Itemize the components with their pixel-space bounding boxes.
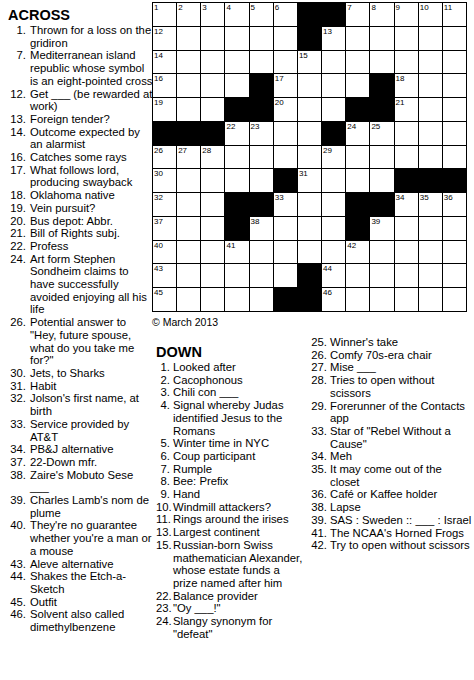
grid-cell[interactable] [346,27,369,50]
clue-text: Outcome expected by an alarmist [30,126,155,151]
grid-cell[interactable] [322,98,345,121]
clue: 43.Aleve alternative [8,558,155,571]
grid-cell[interactable]: 27 [177,146,200,169]
grid-cell[interactable]: 19 [153,98,176,121]
grid-cell[interactable] [201,98,224,121]
clue-text: Zaire's Mobuto Sese ___ [30,469,155,494]
grid-cell[interactable] [274,217,297,240]
clue: 23."Oy ___!" [156,602,306,615]
grid-cell[interactable] [177,193,200,216]
grid-cell[interactable] [395,264,418,287]
grid-cell[interactable] [395,27,418,50]
grid-cell[interactable] [250,27,273,50]
clue: 40.They're no guarantee whether you're a… [8,519,155,557]
clue-text: Art form Stephen Sondheim claims to have… [30,253,155,317]
clue-number: 5. [156,437,173,450]
grid-cell[interactable] [274,27,297,50]
clue: 7.Rumple [156,463,306,476]
grid-cell[interactable] [395,241,418,264]
clue-text: Solvent also called dimethylbenzene [30,608,155,633]
clue-text: Star of "Rebel Without a Cause" [330,425,474,450]
grid-cell-black [395,169,418,192]
grid-cell[interactable]: 32 [153,193,176,216]
grid-cell[interactable] [274,241,297,264]
grid-cell[interactable]: 3 [201,3,224,26]
clue-text: Lapse [330,501,474,514]
grid-cell[interactable] [177,74,200,97]
grid-cell[interactable]: 40 [153,241,176,264]
cell-number: 2 [178,3,182,12]
grid-cell[interactable] [346,264,369,287]
cell-number: 35 [420,193,429,202]
clue: 38.Zaire's Mobuto Sese ___ [8,469,155,494]
clue-number: 46. [8,608,30,633]
copyright-text: © March 2013 [152,316,218,328]
clue-text: 22-Down mfr. [30,456,155,469]
clue-text: Balance provider [173,590,306,603]
grid-cell[interactable] [370,146,393,169]
grid-cell[interactable] [177,217,200,240]
cell-number: 30 [154,169,163,178]
clue: 24.Slangy synonym for "defeat" [156,615,306,640]
clue-number: 29. [307,400,330,425]
grid-cell[interactable] [201,51,224,74]
grid-cell[interactable] [298,122,321,145]
grid-cell[interactable] [201,264,224,287]
clue: 35.It may come out of the closet [307,463,474,488]
grid-cell[interactable] [250,51,273,74]
grid-cell[interactable] [298,98,321,121]
grid-cell[interactable] [298,146,321,169]
clue-text: Thrown for a loss on the gridiron [30,24,155,49]
grid-cell[interactable] [250,264,273,287]
grid-cell[interactable] [419,217,442,240]
cell-number: 31 [299,169,308,178]
across-clue-list: 1.Thrown for a loss on the gridiron7.Med… [8,24,155,634]
cell-number: 46 [323,288,332,297]
down-clues-column-1: DOWN 1.Looked after2.Cacophonous3.Chili … [156,344,306,640]
cell-number: 45 [154,288,163,297]
clue-text: Winner's take [330,336,474,349]
grid-cell[interactable] [443,51,466,74]
clue: 9.Hand [156,488,306,501]
grid-cell[interactable] [177,51,200,74]
grid-cell[interactable]: 30 [153,169,176,192]
clue-text: Outfit [30,596,155,609]
grid-cell[interactable] [177,264,200,287]
grid-cell[interactable]: 8 [370,3,393,26]
clue: 25.Winner's take [307,336,474,349]
grid-cell[interactable] [370,288,393,311]
grid-cell[interactable]: 24 [346,122,369,145]
cell-number: 21 [396,98,405,107]
grid-cell[interactable]: 7 [346,3,369,26]
clue-text: SAS : Sweden :: ___ : Israel [330,514,474,527]
clue-number: 1. [8,24,30,49]
grid-cell[interactable] [274,51,297,74]
grid-cell-black [274,169,297,192]
clue: 31.Habit [8,380,155,393]
clue-number: 39. [307,514,330,527]
clue: 36.Café or Kaffee holder [307,488,474,501]
grid-cell[interactable] [346,169,369,192]
clue-number: 33. [307,425,330,450]
grid-cell[interactable]: 38 [250,217,273,240]
grid-cell[interactable]: 21 [395,98,418,121]
grid-cell[interactable] [250,146,273,169]
grid-cell[interactable]: 6 [274,3,297,26]
cell-number: 4 [226,3,230,12]
grid-cell[interactable] [395,288,418,311]
grid-cell[interactable]: 14 [153,51,176,74]
grid-cell[interactable] [225,51,248,74]
cell-number: 43 [154,264,163,273]
clue-text: Aleve alternative [30,558,155,571]
grid-cell[interactable]: 44 [322,264,345,287]
grid-cell[interactable]: 34 [395,193,418,216]
grid-cell[interactable] [443,146,466,169]
grid-cell[interactable]: 15 [298,51,321,74]
grid-cell-black [153,122,176,145]
grid-cell[interactable] [419,146,442,169]
grid-cell[interactable]: 35 [419,193,442,216]
grid-cell[interactable]: 39 [370,217,393,240]
grid-cell-black [370,74,393,97]
cell-number: 41 [226,241,235,250]
clue: 26.Comfy 70s-era chair [307,349,474,362]
grid-cell[interactable] [443,122,466,145]
clue-number: 34. [307,450,330,463]
grid-cell[interactable] [443,74,466,97]
grid-cell[interactable] [395,122,418,145]
cell-number: 39 [371,217,380,226]
clue-text: Jolson's first name, at birth [30,392,155,417]
clue-number: 8. [156,475,173,488]
clue: 12.Get ___ (be rewarded at work) [8,88,155,113]
grid-cell[interactable] [225,169,248,192]
clue: 24.Art form Stephen Sondheim claims to h… [8,253,155,317]
grid-cell[interactable] [177,98,200,121]
grid-cell[interactable]: 13 [322,27,345,50]
clue: 39.SAS : Sweden :: ___ : Israel [307,514,474,527]
clue: 10.Windmill attackers? [156,501,306,514]
clue: 6.Coup participant [156,450,306,463]
cell-number: 42 [347,241,356,250]
down-header: DOWN [156,344,306,360]
grid-cell[interactable]: 20 [274,98,297,121]
clue-number: 45. [8,596,30,609]
grid-cell[interactable] [201,193,224,216]
grid-cell[interactable] [274,264,297,287]
grid-cell[interactable]: 23 [250,122,273,145]
cell-number: 6 [275,3,279,12]
clue: 30.Jets, to Sharks [8,367,155,380]
grid-cell[interactable]: 4 [225,3,248,26]
clue-number: 37. [8,456,30,469]
grid-cell[interactable] [225,264,248,287]
grid-cell[interactable]: 9 [395,3,418,26]
grid-cell[interactable] [201,288,224,311]
grid-cell[interactable] [370,27,393,50]
grid-cell[interactable] [419,74,442,97]
clue-text: Rings around the irises [173,513,306,526]
cell-number: 26 [154,146,163,155]
grid-cell[interactable] [370,264,393,287]
clue-number: 43. [8,558,30,571]
clue-text: Service provided by AT&T [30,418,155,443]
grid-cell[interactable] [395,146,418,169]
clue-number: 23. [156,602,173,615]
grid-cell[interactable] [225,74,248,97]
grid-cell[interactable]: 16 [153,74,176,97]
grid-cell[interactable] [322,217,345,240]
grid-cell[interactable] [201,217,224,240]
clue-text: Looked after [173,361,306,374]
grid-cell[interactable] [370,169,393,192]
clue-text: Russian-born Swiss mathematician Alexand… [173,539,306,590]
clue: 32.Jolson's first name, at birth [8,392,155,417]
clue-number: 24. [8,253,30,317]
grid-cell[interactable]: 26 [153,146,176,169]
clue: 1.Looked after [156,361,306,374]
grid-cell[interactable]: 17 [274,74,297,97]
grid-cell[interactable] [250,241,273,264]
clue: 33.Star of "Rebel Without a Cause" [307,425,474,450]
grid-cell[interactable] [322,74,345,97]
cell-number: 13 [323,27,332,36]
grid-cell[interactable] [419,264,442,287]
grid-cell[interactable] [201,27,224,50]
grid-cell[interactable] [419,288,442,311]
grid-cell-black [225,98,248,121]
clue-text: It may come out of the closet [330,463,474,488]
clue-text: Chili con ___ [173,386,306,399]
grid-cell-black [250,98,273,121]
cell-number: 12 [154,27,163,36]
grid-cell[interactable]: 12 [153,27,176,50]
clue-number: 30. [8,367,30,380]
grid-cell-black [250,74,273,97]
clue: 26.Potential answer to "Hey, future spou… [8,316,155,367]
grid-cell-black [346,217,369,240]
grid-cell-black [250,193,273,216]
grid-cell[interactable] [443,27,466,50]
clue: 33.Service provided by AT&T [8,418,155,443]
clue: 21.Bill of Rights subj. [8,227,155,240]
cell-number: 38 [251,217,260,226]
cell-number: 20 [275,98,284,107]
clue: 1.Thrown for a loss on the gridiron [8,24,155,49]
grid-cell[interactable] [201,241,224,264]
grid-cell[interactable]: 22 [225,122,248,145]
clue-number: 35. [307,463,330,488]
grid-cell-black [322,122,345,145]
clue: 20.Bus depot: Abbr. [8,215,155,228]
grid-cell[interactable] [298,74,321,97]
cell-number: 14 [154,51,163,60]
grid-cell[interactable]: 36 [443,193,466,216]
clue: 16.Catches some rays [8,151,155,164]
grid-cell[interactable]: 41 [225,241,248,264]
grid-cell[interactable]: 2 [177,3,200,26]
clue-number: 1. [156,361,173,374]
grid-cell-black [443,169,466,192]
clue: 44.Shakes the Etch-a-Sketch [8,570,155,595]
grid-cell[interactable] [298,193,321,216]
grid-cell[interactable] [370,241,393,264]
grid-cell[interactable] [443,241,466,264]
cell-number: 29 [323,146,332,155]
grid-cell[interactable]: 25 [370,122,393,145]
grid-cell[interactable]: 28 [201,146,224,169]
clue-text: Potential answer to "Hey, future spouse,… [30,316,155,367]
grid-cell[interactable] [395,51,418,74]
clue-text: Tries to open without scissors [330,374,474,399]
clue-text: Vein pursuit? [30,202,155,215]
grid-cell[interactable] [443,217,466,240]
grid-cell[interactable] [274,122,297,145]
grid-cell[interactable] [250,288,273,311]
grid-cell[interactable] [201,169,224,192]
grid-cell[interactable] [419,241,442,264]
clue: 4.Signal whereby Judas identified Jesus … [156,399,306,437]
cell-number: 28 [202,146,211,155]
clue-number: 7. [8,49,30,87]
cell-number: 22 [226,122,235,131]
clue-text: Shakes the Etch-a-Sketch [30,570,155,595]
grid-cell-black [346,98,369,121]
grid-cell[interactable] [346,146,369,169]
grid-cell[interactable] [346,288,369,311]
grid-cell[interactable]: 42 [346,241,369,264]
grid-cell[interactable] [419,122,442,145]
grid-cell[interactable]: 1 [153,3,176,26]
clue-text: Comfy 70s-era chair [330,349,474,362]
clue: 37.22-Down mfr. [8,456,155,469]
clue-number: 17. [8,164,30,189]
clue: 7.Mediterranean island republic whose sy… [8,49,155,87]
grid-cell[interactable] [298,241,321,264]
clue-number: 25. [307,336,330,349]
grid-cell[interactable] [225,288,248,311]
clue-number: 18. [8,189,30,202]
clue-text: "Oy ___!" [173,602,306,615]
clue-number: 31. [8,380,30,393]
grid-cell[interactable] [395,217,418,240]
clue-number: 21. [8,227,30,240]
grid-cell[interactable] [225,27,248,50]
clue-text: Foreign tender? [30,113,155,126]
cell-number: 40 [154,241,163,250]
grid-cell[interactable] [443,288,466,311]
grid-cell[interactable] [322,193,345,216]
grid-cell-black [322,3,345,26]
clue-number: 28. [307,374,330,399]
grid-cell[interactable] [443,264,466,287]
clue-text: Bus depot: Abbr. [30,215,155,228]
grid-cell[interactable] [419,98,442,121]
grid-cell[interactable] [322,51,345,74]
clue-number: 4. [156,399,173,437]
grid-cell[interactable]: 11 [443,3,466,26]
grid-cell[interactable] [177,169,200,192]
grid-cell[interactable]: 29 [322,146,345,169]
grid-cell[interactable]: 46 [322,288,345,311]
clue-number: 38. [8,469,30,494]
cell-number: 16 [154,74,163,83]
clue-text: Mediterranean island republic whose symb… [30,49,155,87]
clue: 15.Russian-born Swiss mathematician Alex… [156,539,306,590]
clue-number: 24. [156,615,173,640]
clue-text: Oklahoma native [30,189,155,202]
clue-number: 41. [307,527,330,540]
grid-cell[interactable] [370,51,393,74]
grid-cell[interactable] [322,241,345,264]
grid-cell[interactable] [177,288,200,311]
clue-number: 16. [8,151,30,164]
clue-text: Café or Kaffee holder [330,488,474,501]
grid-cell[interactable] [274,146,297,169]
grid-cell[interactable] [250,169,273,192]
clue: 45.Outfit [8,596,155,609]
clue: 8.Bee: Prefix [156,475,306,488]
grid-cell[interactable]: 37 [153,217,176,240]
grid-cell[interactable] [225,146,248,169]
grid-cell[interactable] [346,74,369,97]
clue-number: 40. [8,519,30,557]
clue-number: 44. [8,570,30,595]
cell-number: 11 [444,3,452,12]
grid-cell[interactable] [201,74,224,97]
clue-number: 20. [8,215,30,228]
grid-cell[interactable] [177,241,200,264]
grid-cell-black [177,122,200,145]
clue-text: Charles Lamb's nom de plume [30,494,155,519]
grid-cell[interactable]: 31 [298,169,321,192]
clue: 19.Vein pursuit? [8,202,155,215]
grid-cell-black [370,193,393,216]
clue: 41.The NCAA's Horned Frogs [307,527,474,540]
clue-text: Slangy synonym for "defeat" [173,615,306,640]
cell-number: 15 [299,51,308,60]
grid-cell[interactable]: 33 [274,193,297,216]
grid-cell[interactable]: 18 [395,74,418,97]
grid-cell[interactable] [443,98,466,121]
grid-cell[interactable]: 10 [419,3,442,26]
cell-number: 24 [347,122,356,131]
clue-number: 33. [8,418,30,443]
grid-cell[interactable] [322,169,345,192]
grid-cell[interactable]: 45 [153,288,176,311]
cell-number: 5 [251,3,255,12]
clue-text: Forerunner of the Contacts app [330,400,474,425]
grid-cell[interactable] [177,27,200,50]
grid-cell[interactable] [419,51,442,74]
grid-cell[interactable] [298,217,321,240]
grid-cell[interactable] [346,51,369,74]
clue: 22.Balance provider [156,590,306,603]
cell-number: 9 [396,3,400,12]
cell-number: 19 [154,98,163,107]
clue-text: Try to open without scissors [330,539,474,552]
grid-cell[interactable]: 5 [250,3,273,26]
grid-cell[interactable]: 43 [153,264,176,287]
grid-cell[interactable] [419,27,442,50]
clue: 13.Largest continent [156,526,306,539]
clue-text: Winter time in NYC [173,437,306,450]
clue: 3.Chili con ___ [156,386,306,399]
clue-text: Bill of Rights subj. [30,227,155,240]
